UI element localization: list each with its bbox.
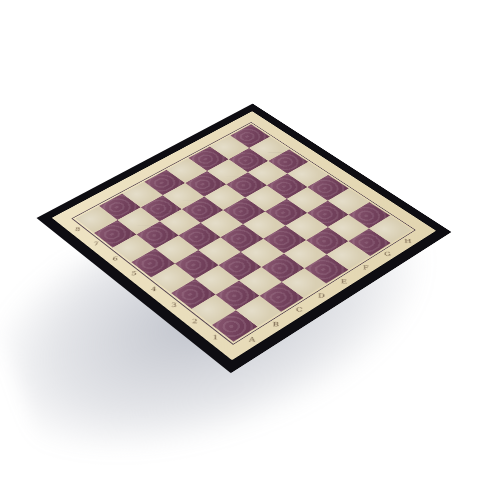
chess-piece-glyph: ♟ bbox=[227, 296, 260, 333]
chess-piece-glyph: ♟ bbox=[107, 205, 138, 239]
board-plane: 12345678 ABCDEFGH ♜♞♝♛♚♝♞♜♟♟♟♟♟♟♟♟♜♞♝♛♚♝… bbox=[52, 112, 436, 361]
perspective-scene: 12345678 ABCDEFGH ♜♞♝♛♚♝♞♜♟♟♟♟♟♟♟♟♜♞♝♛♚♝… bbox=[0, 0, 500, 500]
chess-set-product-photo: 12345678 ABCDEFGH ♜♞♝♛♚♝♞♜♟♟♟♟♟♟♟♟♜♞♝♛♚♝… bbox=[0, 0, 500, 500]
rank-label-8: 8 bbox=[68, 220, 87, 239]
